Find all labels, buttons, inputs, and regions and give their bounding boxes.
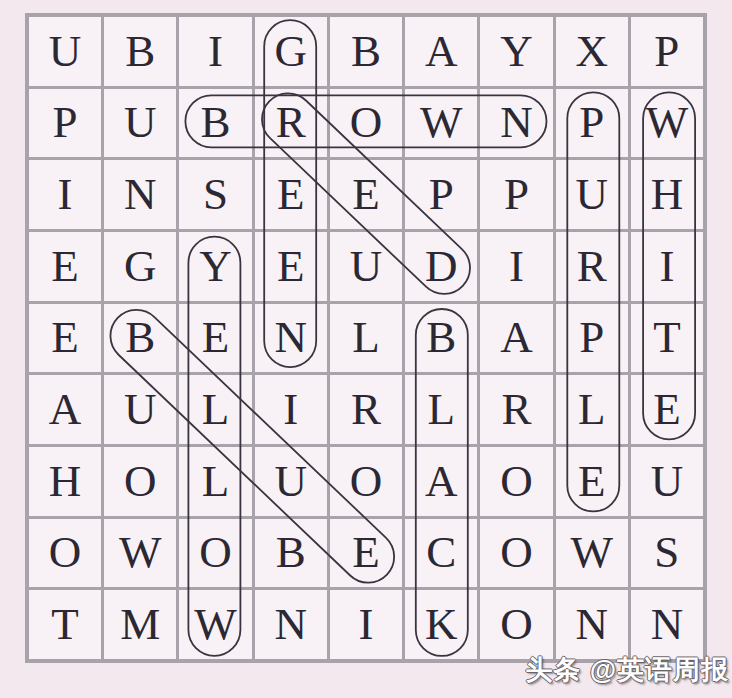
grid-cell-r2c1: P xyxy=(29,89,101,158)
grid-cell-r2c4: R xyxy=(255,89,327,158)
grid-cell-r6c5: R xyxy=(330,375,402,444)
grid-cell-r9c6: K xyxy=(405,590,477,659)
grid-cell-r1c6: A xyxy=(405,17,477,86)
grid-cell-r2c7: N xyxy=(480,89,552,158)
grid-cell-r1c7: Y xyxy=(480,17,552,86)
grid-cell-r3c8: U xyxy=(556,160,628,229)
grid-cell-r7c8: E xyxy=(556,447,628,516)
grid-cell-r1c2: B xyxy=(104,17,176,86)
grid-cell-r8c9: S xyxy=(631,519,703,588)
grid-cell-r5c9: T xyxy=(631,304,703,373)
grid-cell-r5c3: E xyxy=(179,304,251,373)
grid-cell-r5c1: E xyxy=(29,304,101,373)
grid-cell-r3c3: S xyxy=(179,160,251,229)
grid-cell-r6c7: R xyxy=(480,375,552,444)
grid-cell-r6c8: L xyxy=(556,375,628,444)
grid-cell-r9c5: I xyxy=(330,590,402,659)
grid-cell-r1c3: I xyxy=(179,17,251,86)
grid-cell-r9c2: M xyxy=(104,590,176,659)
grid-cell-r4c2: G xyxy=(104,232,176,301)
grid-cell-r5c2: B xyxy=(104,304,176,373)
grid-cell-r3c2: N xyxy=(104,160,176,229)
grid-cell-r1c1: U xyxy=(29,17,101,86)
grid-cell-r2c9: W xyxy=(631,89,703,158)
grid-cell-r7c3: L xyxy=(179,447,251,516)
grid-cell-r9c9: N xyxy=(631,590,703,659)
grid-cell-r5c8: P xyxy=(556,304,628,373)
grid-cell-r2c5: O xyxy=(330,89,402,158)
grid-cell-r3c1: I xyxy=(29,160,101,229)
grid-cell-r1c8: X xyxy=(556,17,628,86)
grid-cell-r8c4: B xyxy=(255,519,327,588)
grid-cell-r4c3: Y xyxy=(179,232,251,301)
grid-cell-r6c3: L xyxy=(179,375,251,444)
grid-cell-r5c6: B xyxy=(405,304,477,373)
word-search-board: UBIGBAYXPPUBROWNPWINSEEPPUHEGYEUDIRIEBEN… xyxy=(25,13,707,663)
grid-cell-r3c9: H xyxy=(631,160,703,229)
watermark-text: 头条 @英语周报 xyxy=(525,655,729,685)
grid-cell-r8c3: O xyxy=(179,519,251,588)
grid-cell-r8c2: W xyxy=(104,519,176,588)
grid-cell-r4c5: U xyxy=(330,232,402,301)
grid-cell-r2c8: P xyxy=(556,89,628,158)
grid-cell-r7c6: A xyxy=(405,447,477,516)
grid-cell-r2c3: B xyxy=(179,89,251,158)
grid-cell-r1c9: P xyxy=(631,17,703,86)
grid-cell-r2c2: U xyxy=(104,89,176,158)
grid-cell-r8c7: O xyxy=(480,519,552,588)
grid-cell-r7c5: O xyxy=(330,447,402,516)
grid-cell-r9c1: T xyxy=(29,590,101,659)
grid-cell-r9c8: N xyxy=(556,590,628,659)
grid-cell-r8c1: O xyxy=(29,519,101,588)
grid-cell-r4c7: I xyxy=(480,232,552,301)
grid-cell-r4c4: E xyxy=(255,232,327,301)
grid-cell-r2c6: W xyxy=(405,89,477,158)
grid-cell-r7c2: O xyxy=(104,447,176,516)
grid-cell-r8c8: W xyxy=(556,519,628,588)
grid-cell-r7c1: H xyxy=(29,447,101,516)
grid-cell-r7c9: U xyxy=(631,447,703,516)
grid-cell-r5c7: A xyxy=(480,304,552,373)
grid-cell-r6c1: A xyxy=(29,375,101,444)
grid-cell-r7c4: U xyxy=(255,447,327,516)
grid-cell-r4c9: I xyxy=(631,232,703,301)
grid-cell-r6c9: E xyxy=(631,375,703,444)
watermark: 头条 @英语周报 xyxy=(525,652,729,688)
grid-cell-r9c3: W xyxy=(179,590,251,659)
grid-cell-r1c5: B xyxy=(330,17,402,86)
grid-cell-r3c5: E xyxy=(330,160,402,229)
grid-cell-r1c4: G xyxy=(255,17,327,86)
grid-cell-r6c2: U xyxy=(104,375,176,444)
grid-cell-r9c4: N xyxy=(255,590,327,659)
grid-cell-r3c6: P xyxy=(405,160,477,229)
grid-cell-r3c7: P xyxy=(480,160,552,229)
grid-cell-r7c7: O xyxy=(480,447,552,516)
grid-cell-r5c4: N xyxy=(255,304,327,373)
grid-cell-r8c5: E xyxy=(330,519,402,588)
grid-cell-r6c4: I xyxy=(255,375,327,444)
grid-cell-r5c5: L xyxy=(330,304,402,373)
grid-cell-r9c7: O xyxy=(480,590,552,659)
grid-cell-r4c6: D xyxy=(405,232,477,301)
grid-cell-r6c6: L xyxy=(405,375,477,444)
word-search-image: UBIGBAYXPPUBROWNPWINSEEPPUHEGYEUDIRIEBEN… xyxy=(0,0,732,698)
grid-cell-r8c6: C xyxy=(405,519,477,588)
grid-cell-r4c8: R xyxy=(556,232,628,301)
grid-cell-r3c4: E xyxy=(255,160,327,229)
grid-cell-r4c1: E xyxy=(29,232,101,301)
